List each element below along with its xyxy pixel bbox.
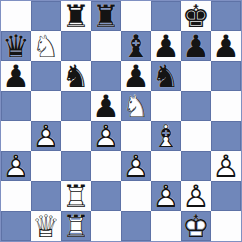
black-king[interactable]: ♚ xyxy=(181,1,211,31)
piece-outline-glyph: ♗ xyxy=(151,121,181,151)
square-g7[interactable]: ♟ xyxy=(181,31,211,61)
square-b4[interactable]: ♟♙ xyxy=(31,121,61,151)
square-c3[interactable] xyxy=(61,151,91,181)
square-d1[interactable] xyxy=(91,211,121,241)
square-h3[interactable]: ♟♙ xyxy=(211,151,241,181)
black-pawn[interactable]: ♟ xyxy=(1,61,31,91)
piece-outline-glyph: ♘ xyxy=(31,31,61,61)
piece-fill-glyph: ♞ xyxy=(31,31,61,61)
piece-fill-glyph: ♟ xyxy=(91,121,121,151)
piece-glyph: ♟ xyxy=(121,61,151,91)
white-pawn[interactable]: ♟♙ xyxy=(121,151,151,181)
square-f4[interactable]: ♝♗ xyxy=(151,121,181,151)
square-g8[interactable]: ♚ xyxy=(181,1,211,31)
black-pawn[interactable]: ♟ xyxy=(151,31,181,61)
square-d8[interactable]: ♜ xyxy=(91,1,121,31)
piece-outline-glyph: ♙ xyxy=(181,181,211,211)
square-g6[interactable] xyxy=(181,61,211,91)
black-pawn[interactable]: ♟ xyxy=(181,31,211,61)
piece-glyph: ♟ xyxy=(1,61,31,91)
square-d3[interactable] xyxy=(91,151,121,181)
piece-glyph: ♝ xyxy=(121,31,151,61)
piece-outline-glyph: ♖ xyxy=(61,211,91,241)
square-a7[interactable]: ♛ xyxy=(1,31,31,61)
piece-outline-glyph: ♙ xyxy=(151,181,181,211)
square-a4[interactable] xyxy=(1,121,31,151)
square-e1[interactable] xyxy=(121,211,151,241)
square-g3[interactable] xyxy=(181,151,211,181)
square-g4[interactable] xyxy=(181,121,211,151)
square-d6[interactable] xyxy=(91,61,121,91)
square-a3[interactable]: ♟♙ xyxy=(1,151,31,181)
square-e7[interactable]: ♝ xyxy=(121,31,151,61)
piece-glyph: ♛ xyxy=(1,31,31,61)
square-f6[interactable]: ♞ xyxy=(151,61,181,91)
square-h4[interactable] xyxy=(211,121,241,151)
piece-fill-glyph: ♝ xyxy=(151,121,181,151)
piece-glyph: ♜ xyxy=(61,1,91,31)
white-pawn[interactable]: ♟♙ xyxy=(151,181,181,211)
square-b2[interactable] xyxy=(31,181,61,211)
black-rook[interactable]: ♜ xyxy=(91,1,121,31)
square-b5[interactable] xyxy=(31,91,61,121)
piece-outline-glyph: ♕ xyxy=(31,211,61,241)
piece-fill-glyph: ♜ xyxy=(61,211,91,241)
black-pawn[interactable]: ♟ xyxy=(211,31,241,61)
white-knight[interactable]: ♞♘ xyxy=(121,91,151,121)
black-rook[interactable]: ♜ xyxy=(61,1,91,31)
piece-fill-glyph: ♟ xyxy=(121,151,151,181)
white-rook[interactable]: ♜♖ xyxy=(61,181,91,211)
piece-fill-glyph: ♟ xyxy=(181,181,211,211)
square-f3[interactable] xyxy=(151,151,181,181)
square-f8[interactable] xyxy=(151,1,181,31)
square-c1[interactable]: ♜♖ xyxy=(61,211,91,241)
square-h1[interactable] xyxy=(211,211,241,241)
white-pawn[interactable]: ♟♙ xyxy=(181,181,211,211)
white-pawn[interactable]: ♟♙ xyxy=(31,121,61,151)
piece-outline-glyph: ♘ xyxy=(121,91,151,121)
square-e4[interactable] xyxy=(121,121,151,151)
square-a1[interactable] xyxy=(1,211,31,241)
white-pawn[interactable]: ♟♙ xyxy=(211,151,241,181)
black-bishop[interactable]: ♝ xyxy=(121,31,151,61)
black-queen[interactable]: ♛ xyxy=(1,31,31,61)
square-c4[interactable] xyxy=(61,121,91,151)
square-b7[interactable]: ♞♘ xyxy=(31,31,61,61)
square-a8[interactable] xyxy=(1,1,31,31)
piece-glyph: ♟ xyxy=(91,91,121,121)
square-a2[interactable] xyxy=(1,181,31,211)
square-e8[interactable] xyxy=(121,1,151,31)
black-knight[interactable]: ♞ xyxy=(61,61,91,91)
piece-glyph: ♞ xyxy=(61,61,91,91)
piece-fill-glyph: ♜ xyxy=(61,181,91,211)
piece-outline-glyph: ♔ xyxy=(181,211,211,241)
piece-outline-glyph: ♙ xyxy=(121,151,151,181)
piece-outline-glyph: ♙ xyxy=(211,151,241,181)
square-f1[interactable] xyxy=(151,211,181,241)
white-pawn[interactable]: ♟♙ xyxy=(91,121,121,151)
square-c6[interactable]: ♞ xyxy=(61,61,91,91)
square-h2[interactable] xyxy=(211,181,241,211)
white-king[interactable]: ♚♔ xyxy=(181,211,211,241)
square-b3[interactable] xyxy=(31,151,61,181)
piece-glyph: ♜ xyxy=(91,1,121,31)
piece-outline-glyph: ♖ xyxy=(61,181,91,211)
piece-glyph: ♟ xyxy=(181,31,211,61)
square-e2[interactable] xyxy=(121,181,151,211)
square-b8[interactable] xyxy=(31,1,61,31)
square-h7[interactable]: ♟ xyxy=(211,31,241,61)
piece-fill-glyph: ♟ xyxy=(151,181,181,211)
square-h5[interactable] xyxy=(211,91,241,121)
square-e6[interactable]: ♟ xyxy=(121,61,151,91)
white-queen[interactable]: ♛♕ xyxy=(31,211,61,241)
square-d7[interactable] xyxy=(91,31,121,61)
square-f7[interactable]: ♟ xyxy=(151,31,181,61)
white-bishop[interactable]: ♝♗ xyxy=(151,121,181,151)
square-f5[interactable] xyxy=(151,91,181,121)
piece-fill-glyph: ♛ xyxy=(31,211,61,241)
square-c7[interactable] xyxy=(61,31,91,61)
square-e5[interactable]: ♞♘ xyxy=(121,91,151,121)
square-b1[interactable]: ♛♕ xyxy=(31,211,61,241)
piece-glyph: ♞ xyxy=(151,61,181,91)
square-h6[interactable] xyxy=(211,61,241,91)
square-g5[interactable] xyxy=(181,91,211,121)
square-b6[interactable] xyxy=(31,61,61,91)
chess-board: ♜♜♚♛♞♘♝♟♟♟♟♞♟♞♟♞♘♟♙♟♙♝♗♟♙♟♙♟♙♜♖♟♙♟♙♛♕♜♖♚… xyxy=(0,0,242,242)
square-d4[interactable]: ♟♙ xyxy=(91,121,121,151)
piece-fill-glyph: ♟ xyxy=(1,151,31,181)
white-rook[interactable]: ♜♖ xyxy=(61,211,91,241)
black-knight[interactable]: ♞ xyxy=(151,61,181,91)
piece-glyph: ♚ xyxy=(181,1,211,31)
piece-fill-glyph: ♞ xyxy=(121,91,151,121)
square-h8[interactable] xyxy=(211,1,241,31)
piece-outline-glyph: ♙ xyxy=(31,121,61,151)
square-c8[interactable]: ♜ xyxy=(61,1,91,31)
piece-glyph: ♟ xyxy=(151,31,181,61)
square-f2[interactable]: ♟♙ xyxy=(151,181,181,211)
square-a6[interactable]: ♟ xyxy=(1,61,31,91)
square-d2[interactable] xyxy=(91,181,121,211)
square-g1[interactable]: ♚♔ xyxy=(181,211,211,241)
square-d5[interactable]: ♟ xyxy=(91,91,121,121)
square-g2[interactable]: ♟♙ xyxy=(181,181,211,211)
square-e3[interactable]: ♟♙ xyxy=(121,151,151,181)
piece-fill-glyph: ♟ xyxy=(31,121,61,151)
black-pawn[interactable]: ♟ xyxy=(91,91,121,121)
piece-fill-glyph: ♚ xyxy=(181,211,211,241)
piece-outline-glyph: ♙ xyxy=(1,151,31,181)
square-a5[interactable] xyxy=(1,91,31,121)
square-c2[interactable]: ♜♖ xyxy=(61,181,91,211)
black-pawn[interactable]: ♟ xyxy=(121,61,151,91)
piece-fill-glyph: ♟ xyxy=(211,151,241,181)
square-c5[interactable] xyxy=(61,91,91,121)
piece-glyph: ♟ xyxy=(211,31,241,61)
white-pawn[interactable]: ♟♙ xyxy=(1,151,31,181)
piece-outline-glyph: ♙ xyxy=(91,121,121,151)
white-knight[interactable]: ♞♘ xyxy=(31,31,61,61)
